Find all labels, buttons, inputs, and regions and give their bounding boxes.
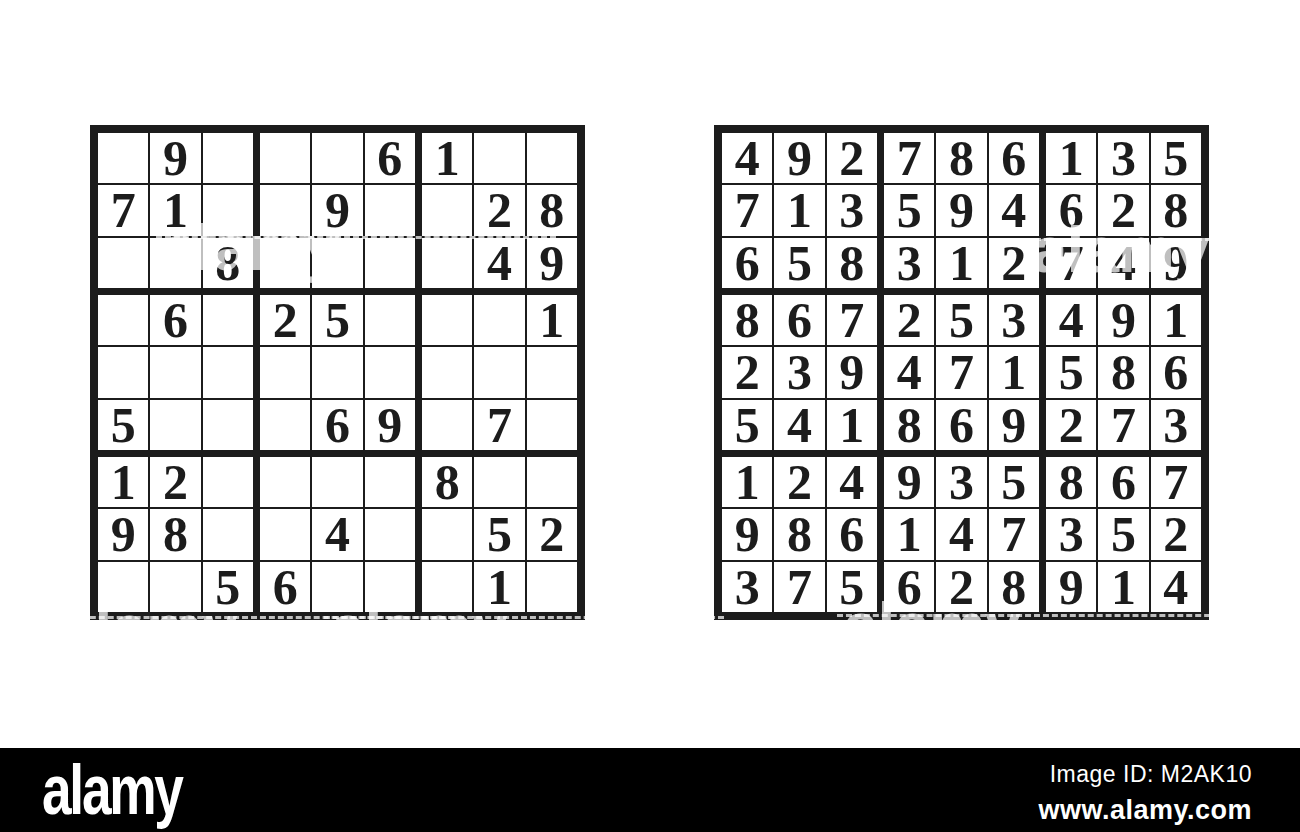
cell-r7-c3 [203, 457, 253, 507]
cell-r5-c2: 3 [774, 347, 824, 397]
cell-r5-c1: 2 [722, 347, 772, 397]
cell-r6-c3: 1 [827, 400, 877, 450]
cell-r9-c2: 7 [774, 562, 824, 612]
cell-r9-c9: 4 [1151, 562, 1201, 612]
cell-r7-c9: 7 [1151, 457, 1201, 507]
cell-r4-c9: 1 [1151, 295, 1201, 345]
cell-r8-c4: 1 [884, 509, 934, 559]
cell-r1-c2: 9 [150, 133, 200, 183]
cell-r7-c6: 5 [989, 457, 1039, 507]
cell-r8-c2: 8 [150, 509, 200, 559]
cell-r4-c6: 3 [989, 295, 1039, 345]
cell-r9-c4: 6 [884, 562, 934, 612]
cell-r2-c1: 7 [722, 185, 772, 235]
cell-r2-c7: 6 [1046, 185, 1096, 235]
cell-r1-c4 [260, 133, 310, 183]
cell-r2-c7 [422, 185, 472, 235]
cell-r1-c6: 6 [989, 133, 1039, 183]
cell-r1-c9 [527, 133, 577, 183]
cell-r8-c5: 4 [312, 509, 362, 559]
cell-r1-c1: 4 [722, 133, 772, 183]
cell-r4-c3 [203, 295, 253, 345]
cell-r1-c9: 5 [1151, 133, 1201, 183]
cell-r2-c5: 9 [936, 185, 986, 235]
cell-r6-c2: 4 [774, 400, 824, 450]
cell-r5-c1 [98, 347, 148, 397]
cell-r8-c1: 9 [722, 509, 772, 559]
cell-r3-c4 [260, 238, 310, 288]
cell-r8-c9: 2 [1151, 509, 1201, 559]
cell-r3-c7: 7 [1046, 238, 1096, 288]
cell-r2-c8: 2 [474, 185, 524, 235]
cell-r9-c1: 3 [722, 562, 772, 612]
cell-r2-c3: 3 [827, 185, 877, 235]
cell-r6-c8: 7 [474, 400, 524, 450]
cell-r4-c4: 2 [260, 295, 310, 345]
cell-r8-c5: 4 [936, 509, 986, 559]
cell-r6-c1: 5 [722, 400, 772, 450]
cell-r4-c6 [365, 295, 415, 345]
cell-r6-c5: 6 [936, 400, 986, 450]
cell-r5-c5 [312, 347, 362, 397]
cell-r8-c3 [203, 509, 253, 559]
cell-r3-c6: 2 [989, 238, 1039, 288]
alamy-url-text: www.alamy.com [1038, 795, 1252, 826]
cell-r7-c1: 1 [98, 457, 148, 507]
cell-r7-c8: 6 [1098, 457, 1148, 507]
cell-r7-c9 [527, 457, 577, 507]
cell-r4-c3: 7 [827, 295, 877, 345]
cell-r8-c8: 5 [474, 509, 524, 559]
cell-r7-c2: 2 [150, 457, 200, 507]
cell-r2-c9: 8 [527, 185, 577, 235]
cell-r9-c5: 2 [936, 562, 986, 612]
cell-r6-c7: 2 [1046, 400, 1096, 450]
cell-r2-c1: 7 [98, 185, 148, 235]
cell-r3-c2: 5 [774, 238, 824, 288]
cell-r3-c3: 8 [203, 238, 253, 288]
cell-r7-c5: 3 [936, 457, 986, 507]
cell-r8-c3: 6 [827, 509, 877, 559]
cell-r2-c4: 5 [884, 185, 934, 235]
cell-r4-c5: 5 [312, 295, 362, 345]
cell-r8-c6: 7 [989, 509, 1039, 559]
cell-r7-c5 [312, 457, 362, 507]
cell-r5-c5: 7 [936, 347, 986, 397]
cell-r6-c4: 8 [884, 400, 934, 450]
cell-r4-c2: 6 [774, 295, 824, 345]
cell-r1-c3 [203, 133, 253, 183]
cell-r3-c9: 9 [1151, 238, 1201, 288]
cell-r3-c6 [365, 238, 415, 288]
sudoku-board-puzzle: 961719288496251569712898452561 [90, 125, 585, 620]
cell-r3-c8: 4 [1098, 238, 1148, 288]
cell-r1-c5 [312, 133, 362, 183]
cell-r3-c8: 4 [474, 238, 524, 288]
alamy-footer-bar: alamy Image ID: M2AK10 www.alamy.com [0, 748, 1300, 832]
cell-r7-c6 [365, 457, 415, 507]
image-id-text: Image ID: M2AK10 [1038, 761, 1252, 788]
cell-r2-c9: 8 [1151, 185, 1201, 235]
cell-r4-c1 [98, 295, 148, 345]
cell-r9-c4: 6 [260, 562, 310, 612]
cell-r8-c7 [422, 509, 472, 559]
sudoku-board-solution: 4927861357135946286583127498672534912394… [714, 125, 1209, 620]
cell-r4-c7: 4 [1046, 295, 1096, 345]
cell-r9-c8: 1 [1098, 562, 1148, 612]
cell-r9-c3: 5 [203, 562, 253, 612]
cell-r7-c7: 8 [422, 457, 472, 507]
alamy-logo: alamy [42, 758, 182, 822]
cell-r5-c7 [422, 347, 472, 397]
cell-r7-c7: 8 [1046, 457, 1096, 507]
cell-r4-c8: 9 [1098, 295, 1148, 345]
cell-r3-c2 [150, 238, 200, 288]
cell-r8-c6 [365, 509, 415, 559]
cell-r1-c7: 1 [1046, 133, 1096, 183]
cell-r9-c7: 9 [1046, 562, 1096, 612]
cell-r4-c8 [474, 295, 524, 345]
footer-info: Image ID: M2AK10 www.alamy.com [1038, 761, 1252, 826]
cell-r6-c6: 9 [989, 400, 1039, 450]
cell-r4-c2: 6 [150, 295, 200, 345]
cell-r4-c7 [422, 295, 472, 345]
cell-r6-c7 [422, 400, 472, 450]
cell-r1-c3: 2 [827, 133, 877, 183]
cell-r3-c1 [98, 238, 148, 288]
cell-r5-c6 [365, 347, 415, 397]
cell-r5-c4: 4 [884, 347, 934, 397]
cell-r4-c1: 8 [722, 295, 772, 345]
cell-r5-c4 [260, 347, 310, 397]
cell-r1-c6: 6 [365, 133, 415, 183]
cell-r2-c2: 1 [774, 185, 824, 235]
cell-r7-c4: 9 [884, 457, 934, 507]
cell-r1-c7: 1 [422, 133, 472, 183]
cell-r8-c2: 8 [774, 509, 824, 559]
cell-r5-c8: 8 [1098, 347, 1148, 397]
cell-r9-c5 [312, 562, 362, 612]
cell-r9-c2 [150, 562, 200, 612]
cell-r5-c3 [203, 347, 253, 397]
cell-r7-c1: 1 [722, 457, 772, 507]
cell-r9-c7 [422, 562, 472, 612]
cell-r5-c6: 1 [989, 347, 1039, 397]
cell-r6-c1: 5 [98, 400, 148, 450]
cell-r2-c3 [203, 185, 253, 235]
cell-r2-c2: 1 [150, 185, 200, 235]
cell-r9-c9 [527, 562, 577, 612]
cell-r5-c7: 5 [1046, 347, 1096, 397]
cell-r2-c6: 4 [989, 185, 1039, 235]
cell-r1-c8 [474, 133, 524, 183]
cell-r7-c8 [474, 457, 524, 507]
cell-r5-c3: 9 [827, 347, 877, 397]
cell-r8-c8: 5 [1098, 509, 1148, 559]
cell-r7-c3: 4 [827, 457, 877, 507]
cell-r9-c1 [98, 562, 148, 612]
cell-r3-c5 [312, 238, 362, 288]
cell-r1-c1 [98, 133, 148, 183]
cell-r4-c5: 5 [936, 295, 986, 345]
cell-r1-c5: 8 [936, 133, 986, 183]
cell-r1-c4: 7 [884, 133, 934, 183]
cell-r6-c9: 3 [1151, 400, 1201, 450]
cell-r1-c8: 3 [1098, 133, 1148, 183]
cell-r6-c6: 9 [365, 400, 415, 450]
cell-r2-c4 [260, 185, 310, 235]
cell-r7-c2: 2 [774, 457, 824, 507]
cell-r3-c9: 9 [527, 238, 577, 288]
cell-r2-c5: 9 [312, 185, 362, 235]
cell-r6-c5: 6 [312, 400, 362, 450]
cell-r3-c5: 1 [936, 238, 986, 288]
cell-r2-c6 [365, 185, 415, 235]
cell-r6-c4 [260, 400, 310, 450]
stock-image-canvas: 961719288496251569712898452561 492786135… [0, 0, 1300, 832]
cell-r9-c3: 5 [827, 562, 877, 612]
cell-r5-c9 [527, 347, 577, 397]
cell-r3-c3: 8 [827, 238, 877, 288]
cell-r5-c2 [150, 347, 200, 397]
cell-r4-c4: 2 [884, 295, 934, 345]
cell-r9-c6 [365, 562, 415, 612]
cell-r3-c1: 6 [722, 238, 772, 288]
cell-r6-c2 [150, 400, 200, 450]
cell-r3-c4: 3 [884, 238, 934, 288]
cell-r9-c8: 1 [474, 562, 524, 612]
cell-r8-c7: 3 [1046, 509, 1096, 559]
cell-r1-c2: 9 [774, 133, 824, 183]
cell-r4-c9: 1 [527, 295, 577, 345]
cell-r8-c1: 9 [98, 509, 148, 559]
cell-r8-c4 [260, 509, 310, 559]
cell-r5-c9: 6 [1151, 347, 1201, 397]
cell-r6-c8: 7 [1098, 400, 1148, 450]
cell-r3-c7 [422, 238, 472, 288]
cell-r6-c9 [527, 400, 577, 450]
cell-r9-c6: 8 [989, 562, 1039, 612]
cell-r5-c8 [474, 347, 524, 397]
cell-r2-c8: 2 [1098, 185, 1148, 235]
cell-r6-c3 [203, 400, 253, 450]
cell-r8-c9: 2 [527, 509, 577, 559]
cell-r7-c4 [260, 457, 310, 507]
